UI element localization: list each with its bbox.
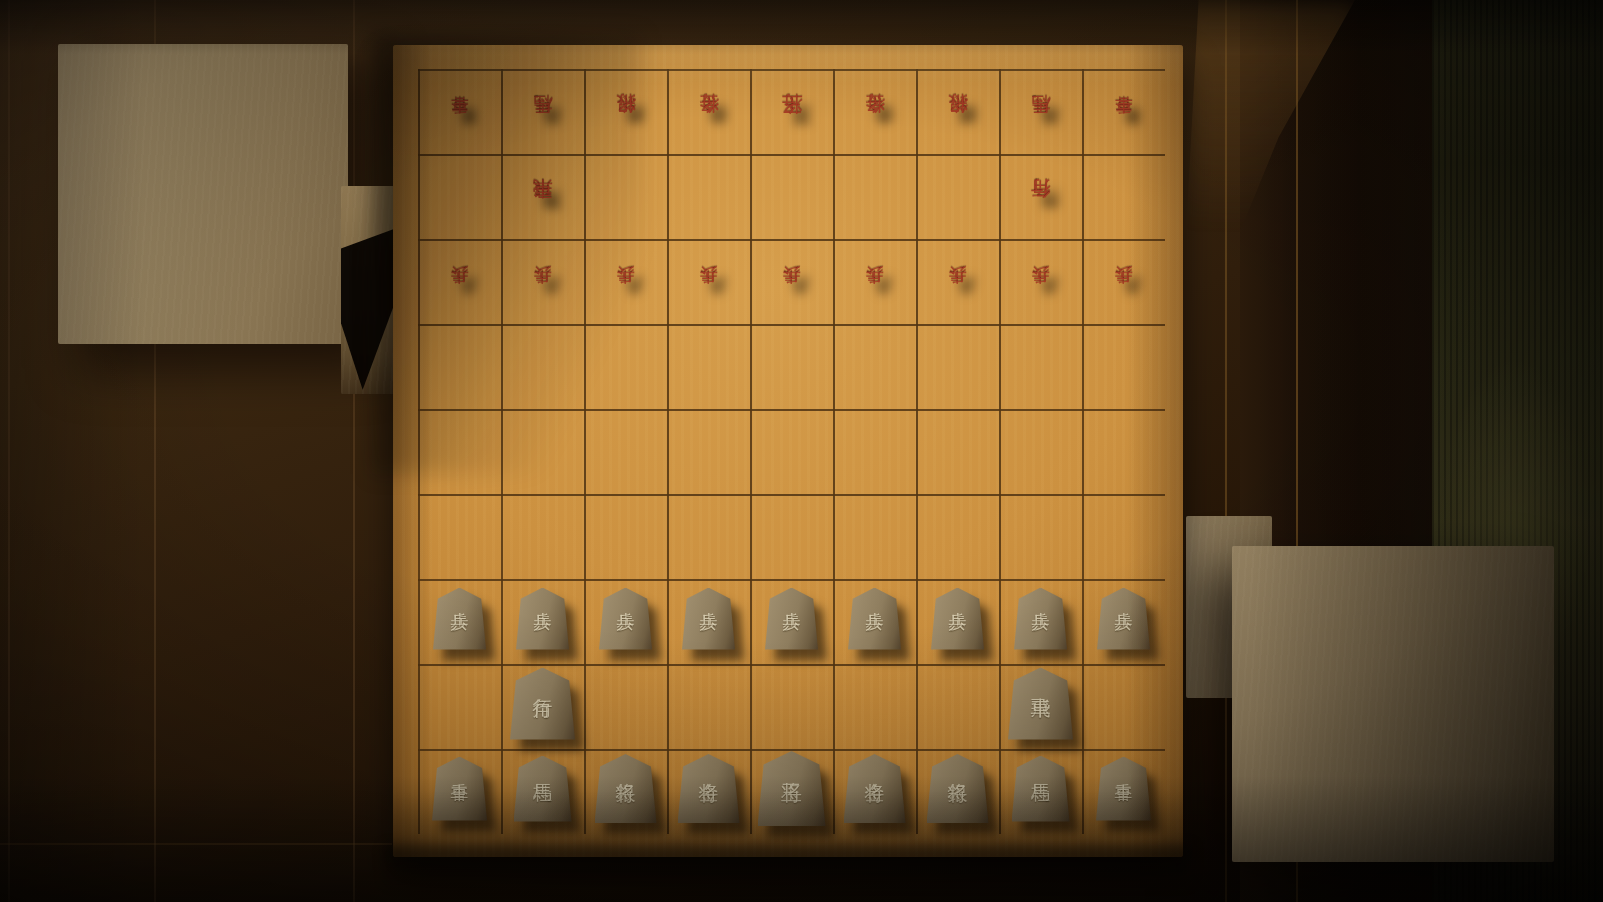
piece-gote-pawn[interactable]: 歩兵 [599,248,652,310]
piece-gote-bishop[interactable]: 角行 [1008,158,1073,230]
piece-sente-lance[interactable]: 香車 [432,757,487,821]
piece-gote-knight[interactable]: 桂馬 [1012,76,1070,142]
piece-kanji: 歩兵 [599,588,652,650]
piece-kanji: 歩兵 [1014,588,1067,650]
piece-kanji: 金将 [678,754,740,823]
piece-kanji: 歩兵 [931,588,984,650]
komadai-left-edge [341,186,398,394]
piece-gote-lance[interactable]: 香車 [1096,77,1151,141]
piece-sente-pawn[interactable]: 歩兵 [1014,588,1067,650]
piece-sente-pawn[interactable]: 歩兵 [848,588,901,650]
piece-gote-pawn[interactable]: 歩兵 [682,248,735,310]
piece-sente-pawn[interactable]: 歩兵 [682,588,735,650]
piece-gote-pawn[interactable]: 歩兵 [931,248,984,310]
piece-kanji: 玉将 [758,751,826,826]
piece-sente-silver[interactable]: 銀将 [595,754,657,823]
piece-kanji: 角行 [1008,158,1073,230]
piece-kanji: 歩兵 [516,588,569,650]
piece-sente-pawn[interactable]: 歩兵 [433,588,486,650]
floor-plank-seam [0,843,392,845]
piece-kanji: 香車 [1096,757,1151,821]
piece-sente-king[interactable]: 玉将 [758,751,826,826]
piece-kanji: 飛車 [510,158,575,230]
piece-kanji: 歩兵 [1097,248,1150,310]
piece-gote-pawn[interactable]: 歩兵 [765,248,818,310]
piece-kanji: 香車 [1096,77,1151,141]
shogi-scene: 香車桂馬銀将金将王将金将銀将桂馬香車飛車角行歩兵歩兵歩兵歩兵歩兵歩兵歩兵歩兵歩兵… [0,0,1603,902]
floor-plank-seam [353,0,355,902]
piece-kanji: 歩兵 [848,588,901,650]
piece-kanji: 香車 [432,757,487,821]
floor-plank-seam [8,0,10,902]
piece-kanji: 歩兵 [848,248,901,310]
piece-sente-pawn[interactable]: 歩兵 [516,588,569,650]
piece-kanji: 銀将 [927,74,989,143]
piece-sente-rook[interactable]: 飛車 [1008,668,1073,740]
piece-sente-gold[interactable]: 金将 [678,754,740,823]
piece-kanji: 金将 [678,74,740,143]
piece-kanji: 歩兵 [1097,588,1150,650]
piece-gote-rook[interactable]: 飛車 [510,158,575,230]
piece-kanji: 角行 [510,668,575,740]
piece-kanji: 桂馬 [1012,76,1070,142]
piece-sente-pawn[interactable]: 歩兵 [931,588,984,650]
shogi-board[interactable]: 香車桂馬銀将金将王将金将銀将桂馬香車飛車角行歩兵歩兵歩兵歩兵歩兵歩兵歩兵歩兵歩兵… [393,45,1183,857]
piece-gote-lance[interactable]: 香車 [432,77,487,141]
piece-kanji: 歩兵 [433,248,486,310]
piece-sente-pawn[interactable]: 歩兵 [765,588,818,650]
piece-gote-gold[interactable]: 金将 [678,74,740,143]
piece-kanji: 桂馬 [514,756,572,822]
piece-kanji: 王将 [758,71,826,146]
piece-gote-king[interactable]: 王将 [758,71,826,146]
piece-gote-pawn[interactable]: 歩兵 [1014,248,1067,310]
piece-sente-pawn[interactable]: 歩兵 [1097,588,1150,650]
piece-kanji: 歩兵 [931,248,984,310]
piece-sente-bishop[interactable]: 角行 [510,668,575,740]
piece-kanji: 飛車 [1008,668,1073,740]
piece-kanji: 歩兵 [1014,248,1067,310]
piece-gote-pawn[interactable]: 歩兵 [433,248,486,310]
piece-kanji: 桂馬 [1012,756,1070,822]
piece-kanji: 歩兵 [682,248,735,310]
piece-kanji: 銀将 [595,754,657,823]
komadai-top-left [58,44,348,344]
piece-kanji: 歩兵 [433,588,486,650]
piece-kanji: 歩兵 [765,588,818,650]
piece-sente-gold[interactable]: 金将 [844,754,906,823]
piece-kanji: 金将 [844,74,906,143]
piece-gote-pawn[interactable]: 歩兵 [848,248,901,310]
piece-sente-silver[interactable]: 銀将 [927,754,989,823]
piece-kanji: 歩兵 [765,248,818,310]
piece-sente-lance[interactable]: 香車 [1096,757,1151,821]
piece-gote-silver[interactable]: 銀将 [927,74,989,143]
piece-sente-pawn[interactable]: 歩兵 [599,588,652,650]
piece-gote-pawn[interactable]: 歩兵 [516,248,569,310]
piece-sente-knight[interactable]: 桂馬 [514,756,572,822]
komadai-bottom-right-large [1232,546,1554,862]
piece-kanji: 銀将 [595,74,657,143]
piece-gote-pawn[interactable]: 歩兵 [1097,248,1150,310]
piece-kanji: 桂馬 [514,76,572,142]
piece-kanji: 歩兵 [516,248,569,310]
piece-gote-silver[interactable]: 銀将 [595,74,657,143]
piece-sente-knight[interactable]: 桂馬 [1012,756,1070,822]
piece-gote-knight[interactable]: 桂馬 [514,76,572,142]
piece-kanji: 歩兵 [599,248,652,310]
pieces-layer: 香車桂馬銀将金将王将金将銀将桂馬香車飛車角行歩兵歩兵歩兵歩兵歩兵歩兵歩兵歩兵歩兵… [393,45,1183,857]
piece-kanji: 歩兵 [682,588,735,650]
piece-gote-gold[interactable]: 金将 [844,74,906,143]
piece-kanji: 金将 [844,754,906,823]
piece-kanji: 銀将 [927,754,989,823]
piece-kanji: 香車 [432,77,487,141]
